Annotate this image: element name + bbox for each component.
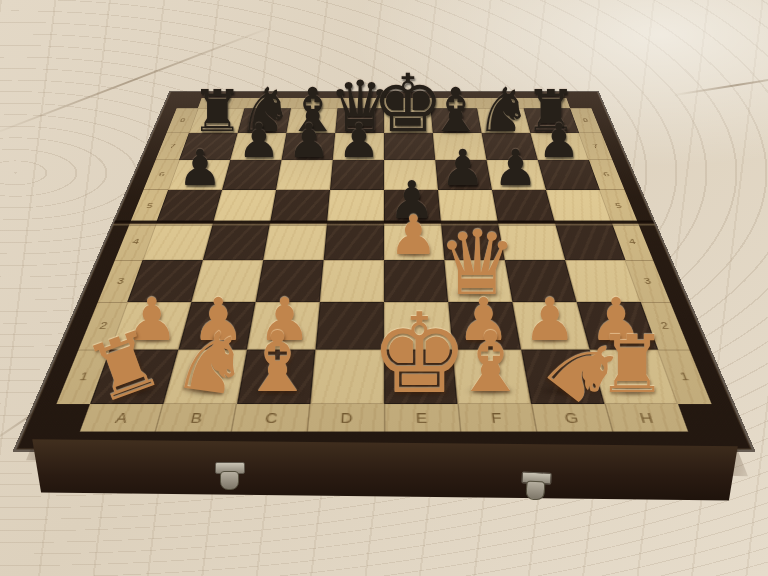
square-c4[interactable] [263, 223, 327, 260]
piece-white-rook-h1[interactable]: ♜ [593, 325, 672, 404]
pawn-glyph: ♟ [438, 144, 488, 194]
bishop-glyph: ♝ [236, 321, 320, 405]
piece-black-pawn-b7[interactable]: ♟ [235, 117, 282, 164]
piece-white-bishop-c1[interactable]: ♝ [236, 321, 320, 405]
latch-loop [220, 471, 239, 490]
square-b4[interactable] [203, 223, 270, 260]
latch-icon[interactable] [212, 462, 246, 496]
latch-icon[interactable] [517, 471, 553, 507]
pawn-glyph: ♟ [491, 144, 541, 194]
board-fold-hinge-gap [113, 221, 656, 227]
piece-black-pawn-c7[interactable]: ♟ [285, 117, 332, 164]
piece-black-pawn-h7[interactable]: ♟ [535, 117, 582, 164]
piece-black-pawn-d7[interactable]: ♟ [335, 117, 382, 164]
chess-photo-scene: 87654321 87654321 ABCDEFGH ♜♞♝♛♚♝♞♜♟♟♟♟♟… [0, 0, 768, 576]
square-a4[interactable] [142, 223, 213, 260]
square-b5[interactable] [213, 190, 276, 223]
pawn-glyph: ♟ [175, 144, 225, 194]
pawn-glyph: ♟ [535, 117, 582, 164]
bishop-glyph: ♝ [449, 321, 533, 405]
latch-loop [525, 481, 545, 501]
pawn-glyph: ♟ [285, 117, 332, 164]
piece-black-pawn-g6[interactable]: ♟ [491, 144, 541, 194]
square-c5[interactable] [270, 190, 330, 223]
piece-black-pawn-f6[interactable]: ♟ [438, 144, 488, 194]
pawn-glyph: ♟ [335, 117, 382, 164]
pawn-glyph: ♟ [235, 117, 282, 164]
piece-black-pawn-a6[interactable]: ♟ [175, 144, 225, 194]
rook-glyph: ♜ [593, 325, 672, 404]
piece-white-bishop-f1[interactable]: ♝ [449, 321, 533, 405]
square-d5[interactable] [327, 190, 384, 223]
square-d4[interactable] [324, 223, 384, 260]
